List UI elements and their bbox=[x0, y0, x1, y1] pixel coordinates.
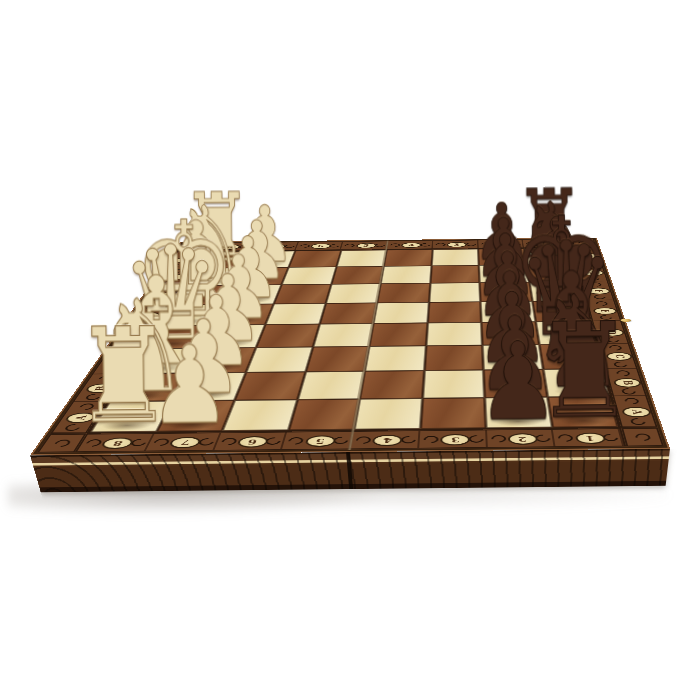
coordinate-label: 5 bbox=[363, 244, 370, 247]
coordinate-label: F bbox=[594, 290, 604, 293]
chess-board: 87654321 87654321 HGFEDCBA HGFEDCBA ♜♟♟♜… bbox=[30, 238, 670, 456]
coordinate-label: E bbox=[142, 314, 154, 317]
coordinate-medallion: A bbox=[621, 407, 652, 418]
carved-scroll-icon bbox=[285, 436, 306, 446]
coordinate-label: 7 bbox=[179, 439, 191, 445]
board-top-surface: 87654321 87654321 HGFEDCBA HGFEDCBA ♜♟♟♜… bbox=[30, 238, 670, 456]
coordinate-medallion: 2 bbox=[492, 242, 512, 247]
carved-scroll-icon bbox=[343, 243, 357, 248]
carved-scroll-icon bbox=[297, 244, 311, 249]
white-pawn[interactable]: ♟ bbox=[148, 341, 231, 430]
coordinate-label: C bbox=[111, 360, 125, 364]
carved-scroll-icon bbox=[181, 252, 195, 257]
carved-scroll-icon bbox=[555, 433, 576, 443]
coordinate-medallion: D bbox=[599, 329, 626, 337]
square-d3[interactable] bbox=[426, 322, 483, 345]
carved-scroll-icon bbox=[102, 366, 120, 374]
coordinate-medallion: G bbox=[161, 274, 186, 280]
coordinate-label: 2 bbox=[518, 436, 528, 442]
coordinate-label: 8 bbox=[112, 440, 125, 446]
carved-scroll-icon bbox=[583, 264, 598, 269]
carved-scroll-icon bbox=[113, 349, 131, 356]
carved-scroll-icon bbox=[604, 336, 622, 343]
square-b6[interactable] bbox=[235, 372, 306, 400]
border-corner bbox=[621, 428, 664, 447]
square-f5[interactable] bbox=[325, 284, 380, 304]
carved-scroll-icon bbox=[598, 314, 615, 321]
coordinate-label: A bbox=[73, 415, 88, 420]
coordinate-medallion: 4 bbox=[401, 243, 421, 248]
coordinate-medallion: 7 bbox=[264, 244, 286, 249]
square-d4[interactable] bbox=[369, 323, 427, 346]
carved-scroll-icon bbox=[129, 326, 146, 333]
carved-scroll-icon bbox=[611, 360, 629, 368]
border-ornament-cell: 8 bbox=[77, 434, 154, 451]
coordinate-medallion: F bbox=[587, 288, 611, 295]
chess-set-photo: 87654321 87654321 HGFEDCBA HGFEDCBA ♜♟♟♜… bbox=[0, 0, 700, 700]
coordinate-medallion: F bbox=[148, 292, 174, 299]
coordinate-label: G bbox=[588, 271, 598, 274]
coordinate-label: 6 bbox=[247, 439, 258, 445]
square-b4[interactable] bbox=[360, 371, 424, 399]
carved-scroll-icon bbox=[63, 423, 83, 433]
coordinate-label: 3 bbox=[454, 243, 460, 246]
border-ornament-cell: 7 bbox=[250, 242, 299, 250]
coordinate-medallion: G bbox=[582, 270, 605, 276]
square-e4[interactable] bbox=[373, 302, 428, 323]
carved-scroll-icon bbox=[594, 301, 610, 307]
square-a6[interactable] bbox=[222, 399, 297, 430]
coordinate-medallion: 5 bbox=[304, 435, 336, 447]
coordinate-medallion: H bbox=[173, 257, 197, 263]
coordinate-medallion: 8 bbox=[219, 244, 242, 249]
carved-scroll-icon bbox=[619, 387, 638, 396]
coordinate-medallion: 1 bbox=[574, 433, 606, 445]
border-ornament-cell: 1 bbox=[553, 429, 624, 446]
carved-scroll-icon bbox=[162, 280, 177, 286]
dark-pawn[interactable]: ♟ bbox=[477, 338, 560, 427]
carved-scroll-icon bbox=[353, 435, 374, 445]
carved-scroll-icon bbox=[628, 417, 648, 427]
square-h6[interactable] bbox=[289, 251, 341, 268]
border-ornament-cell: 2 bbox=[478, 240, 524, 248]
coordinate-label: 3 bbox=[451, 436, 460, 442]
coordinate-label: C bbox=[613, 354, 625, 358]
coordinate-label: 8 bbox=[226, 246, 234, 249]
carved-scroll-icon bbox=[157, 286, 173, 292]
coordinate-label: 7 bbox=[272, 245, 279, 248]
carved-scroll-icon bbox=[614, 369, 632, 377]
border-ornament-cell: 3 bbox=[419, 430, 487, 447]
coordinate-label: 2 bbox=[499, 243, 505, 246]
coordinate-label: 5 bbox=[315, 438, 325, 444]
square-b5[interactable] bbox=[297, 371, 365, 399]
square-e5[interactable] bbox=[319, 303, 377, 324]
square-a5[interactable] bbox=[288, 399, 360, 430]
carved-scroll-icon bbox=[592, 294, 608, 300]
border-ornament-cell: 6 bbox=[214, 433, 287, 450]
carved-scroll-icon bbox=[488, 434, 509, 444]
coordinate-medallion: E bbox=[593, 307, 618, 314]
carved-scroll-icon bbox=[479, 242, 493, 247]
coordinate-label: D bbox=[606, 331, 618, 335]
carved-scroll-icon bbox=[119, 341, 136, 348]
carved-scroll-icon bbox=[607, 344, 624, 351]
square-h5[interactable] bbox=[336, 250, 386, 267]
carved-scroll-icon bbox=[578, 248, 592, 253]
coordinate-medallion: D bbox=[119, 334, 148, 342]
square-e6[interactable] bbox=[265, 303, 325, 324]
border-ornament-cell: 5 bbox=[282, 432, 353, 449]
carved-scroll-icon bbox=[600, 321, 617, 328]
carved-scroll-icon bbox=[144, 305, 160, 311]
square-a3[interactable] bbox=[420, 397, 486, 428]
square-g6[interactable] bbox=[281, 267, 336, 285]
square-g5[interactable] bbox=[331, 266, 384, 284]
coordinate-label: B bbox=[93, 386, 108, 391]
carved-scroll-icon bbox=[135, 319, 151, 326]
square-d6[interactable] bbox=[256, 324, 319, 347]
border-ornament-cell: 2 bbox=[487, 430, 556, 447]
coordinate-medallion: H bbox=[577, 253, 599, 259]
coordinate-medallion: C bbox=[605, 352, 633, 361]
square-e3[interactable] bbox=[427, 302, 481, 323]
carved-scroll-icon bbox=[169, 268, 184, 273]
carved-scroll-icon bbox=[218, 436, 239, 446]
coordinate-medallion: 5 bbox=[356, 243, 377, 248]
coordinate-medallion: 7 bbox=[168, 437, 203, 449]
coordinate-label: 4 bbox=[408, 244, 414, 247]
border-ornament-cell: 4 bbox=[351, 431, 420, 448]
carved-scroll-icon bbox=[588, 282, 603, 288]
carved-scroll-icon bbox=[96, 374, 115, 382]
coordinate-label: H bbox=[583, 255, 593, 258]
square-f6[interactable] bbox=[274, 284, 331, 304]
coordinate-medallion: 3 bbox=[440, 434, 470, 446]
square-c4[interactable] bbox=[365, 346, 426, 372]
square-d5[interactable] bbox=[313, 323, 374, 346]
border-ornament-cell: 8 bbox=[204, 243, 254, 251]
square-f4[interactable] bbox=[377, 283, 430, 303]
carved-scroll-icon bbox=[84, 393, 103, 402]
border-ornament-cell: 3 bbox=[433, 240, 479, 248]
carved-scroll-icon bbox=[151, 437, 172, 447]
square-g4[interactable] bbox=[381, 266, 432, 284]
carved-scroll-icon bbox=[388, 243, 402, 248]
coordinate-label: H bbox=[180, 259, 191, 262]
carved-scroll-icon bbox=[149, 299, 164, 305]
coordinate-label: F bbox=[156, 294, 167, 297]
carved-scroll-icon bbox=[252, 244, 266, 249]
coordinate-medallion: 2 bbox=[508, 433, 539, 445]
square-a2[interactable]: ♟ bbox=[485, 397, 552, 428]
border-ornament-cell: 7 bbox=[146, 433, 221, 450]
carved-scroll-icon bbox=[433, 242, 447, 247]
coordinate-label: A bbox=[630, 410, 644, 415]
coordinate-label: B bbox=[621, 380, 634, 385]
carved-scroll-icon bbox=[622, 397, 641, 406]
border-ornament-cell: 4 bbox=[387, 241, 433, 249]
border-ornament-cell: 6 bbox=[295, 242, 343, 250]
coordinate-label: 1 bbox=[585, 435, 595, 441]
carved-scroll-icon bbox=[586, 276, 601, 282]
board-front-face bbox=[30, 449, 670, 493]
coordinate-medallion: 8 bbox=[100, 437, 136, 449]
coordinate-label: 4 bbox=[383, 437, 393, 443]
border-ornament-cell: 5 bbox=[341, 241, 388, 249]
coordinate-medallion: E bbox=[134, 312, 162, 319]
coordinate-medallion: B bbox=[613, 378, 643, 388]
square-h4[interactable] bbox=[384, 250, 433, 267]
border-ornament-cell: 1 bbox=[523, 239, 570, 247]
coordinate-label: 1 bbox=[544, 242, 551, 245]
coordinate-label: D bbox=[127, 336, 140, 340]
coordinate-label: 6 bbox=[317, 245, 324, 248]
border-ornament-cell: B bbox=[607, 369, 646, 397]
coordinate-medallion: 6 bbox=[310, 243, 332, 248]
carved-scroll-icon bbox=[420, 434, 441, 444]
carved-scroll-icon bbox=[77, 402, 97, 411]
square-c3[interactable] bbox=[424, 345, 483, 371]
coordinate-label: E bbox=[600, 309, 611, 312]
carved-scroll-icon bbox=[83, 438, 104, 448]
coordinate-medallion: 4 bbox=[372, 435, 403, 447]
square-b3[interactable] bbox=[422, 370, 484, 398]
coordinate-medallion: 3 bbox=[447, 242, 467, 247]
square-c5[interactable] bbox=[305, 346, 369, 372]
coordinate-medallion: 1 bbox=[537, 241, 558, 246]
coordinate-label: G bbox=[168, 276, 179, 279]
square-c6[interactable] bbox=[246, 347, 313, 373]
carved-scroll-icon bbox=[524, 241, 538, 246]
coordinate-medallion: 6 bbox=[236, 436, 269, 448]
square-a4[interactable] bbox=[354, 398, 422, 429]
square-a7[interactable]: ♟ bbox=[156, 400, 234, 431]
square-f3[interactable] bbox=[429, 283, 481, 303]
